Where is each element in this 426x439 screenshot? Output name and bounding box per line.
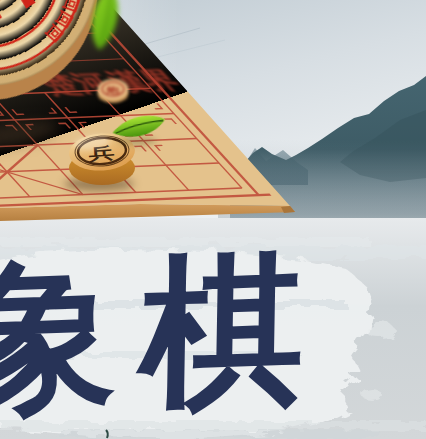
leaf-board-icon [111, 113, 167, 140]
leaf-top-icon [87, 0, 124, 52]
banner-title-calligraphy: 象棋 [0, 241, 327, 426]
xiangqi-banner: 楚河 漢界 [0, 0, 426, 439]
leaf-shadow [117, 138, 157, 145]
